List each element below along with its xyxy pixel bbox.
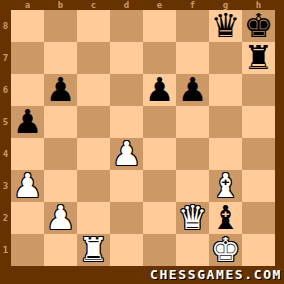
square-c6[interactable] — [77, 74, 110, 106]
rank-label-8: 8 — [0, 10, 11, 42]
square-d7[interactable] — [110, 42, 143, 74]
rank-labels: 87654321 — [0, 10, 11, 266]
square-d6[interactable] — [110, 74, 143, 106]
square-d4[interactable]: ♟ — [110, 138, 143, 170]
square-e4[interactable] — [143, 138, 176, 170]
piece-black-pawn[interactable]: ♟ — [46, 73, 76, 106]
square-b8[interactable] — [44, 10, 77, 42]
file-label-a: a — [11, 0, 44, 10]
square-f5[interactable] — [176, 106, 209, 138]
piece-white-pawn[interactable]: ♟ — [112, 137, 142, 170]
square-h4[interactable] — [242, 138, 275, 170]
square-f8[interactable] — [176, 10, 209, 42]
square-c4[interactable] — [77, 138, 110, 170]
piece-white-pawn[interactable]: ♟ — [13, 169, 43, 202]
square-d8[interactable] — [110, 10, 143, 42]
square-d2[interactable] — [110, 202, 143, 234]
square-a7[interactable] — [11, 42, 44, 74]
square-c5[interactable] — [77, 106, 110, 138]
square-f6[interactable]: ♟ — [176, 74, 209, 106]
square-h5[interactable] — [242, 106, 275, 138]
square-c8[interactable] — [77, 10, 110, 42]
square-h1[interactable] — [242, 234, 275, 266]
square-e6[interactable]: ♟ — [143, 74, 176, 106]
rank-label-2: 2 — [0, 202, 11, 234]
square-g5[interactable] — [209, 106, 242, 138]
square-h3[interactable] — [242, 170, 275, 202]
file-label-b: b — [44, 0, 77, 10]
square-g8[interactable]: ♛ — [209, 10, 242, 42]
square-g7[interactable] — [209, 42, 242, 74]
piece-white-rook[interactable]: ♜ — [79, 233, 109, 266]
piece-black-queen[interactable]: ♛ — [211, 9, 241, 42]
square-a2[interactable] — [11, 202, 44, 234]
file-label-f: f — [176, 0, 209, 10]
square-h7[interactable]: ♜ — [242, 42, 275, 74]
square-c1[interactable]: ♜ — [77, 234, 110, 266]
chess-board: ♛♚♜♟♟♟♟♟♟♝♟♛♝♜♚ — [11, 10, 275, 266]
square-e3[interactable] — [143, 170, 176, 202]
square-h2[interactable] — [242, 202, 275, 234]
square-f4[interactable] — [176, 138, 209, 170]
square-c7[interactable] — [77, 42, 110, 74]
square-e8[interactable] — [143, 10, 176, 42]
square-e2[interactable] — [143, 202, 176, 234]
piece-black-rook[interactable]: ♜ — [244, 41, 274, 74]
square-f1[interactable] — [176, 234, 209, 266]
rank-label-1: 1 — [0, 234, 11, 266]
square-e5[interactable] — [143, 106, 176, 138]
rank-label-6: 6 — [0, 74, 11, 106]
square-a3[interactable]: ♟ — [11, 170, 44, 202]
rank-label-3: 3 — [0, 170, 11, 202]
square-b4[interactable] — [44, 138, 77, 170]
square-b6[interactable]: ♟ — [44, 74, 77, 106]
piece-white-king[interactable]: ♚ — [211, 233, 241, 266]
square-a8[interactable] — [11, 10, 44, 42]
square-h6[interactable] — [242, 74, 275, 106]
chess-diagram: abcdefgh 87654321 ♛♚♜♟♟♟♟♟♟♝♟♛♝♜♚ CHESSG… — [0, 0, 284, 284]
square-d3[interactable] — [110, 170, 143, 202]
square-g6[interactable] — [209, 74, 242, 106]
square-b1[interactable] — [44, 234, 77, 266]
square-a1[interactable] — [11, 234, 44, 266]
rank-label-5: 5 — [0, 106, 11, 138]
file-label-d: d — [110, 0, 143, 10]
square-g1[interactable]: ♚ — [209, 234, 242, 266]
square-b2[interactable]: ♟ — [44, 202, 77, 234]
square-e1[interactable] — [143, 234, 176, 266]
file-label-c: c — [77, 0, 110, 10]
piece-black-pawn[interactable]: ♟ — [145, 73, 175, 106]
square-c3[interactable] — [77, 170, 110, 202]
square-a5[interactable]: ♟ — [11, 106, 44, 138]
rank-label-4: 4 — [0, 138, 11, 170]
rank-label-7: 7 — [0, 42, 11, 74]
piece-black-pawn[interactable]: ♟ — [178, 73, 208, 106]
file-label-e: e — [143, 0, 176, 10]
watermark-text: CHESSGAMES.COM — [150, 268, 282, 282]
piece-white-queen[interactable]: ♛ — [178, 201, 208, 234]
square-b5[interactable] — [44, 106, 77, 138]
square-f2[interactable]: ♛ — [176, 202, 209, 234]
piece-white-pawn[interactable]: ♟ — [46, 201, 76, 234]
square-d1[interactable] — [110, 234, 143, 266]
piece-black-pawn[interactable]: ♟ — [13, 105, 43, 138]
